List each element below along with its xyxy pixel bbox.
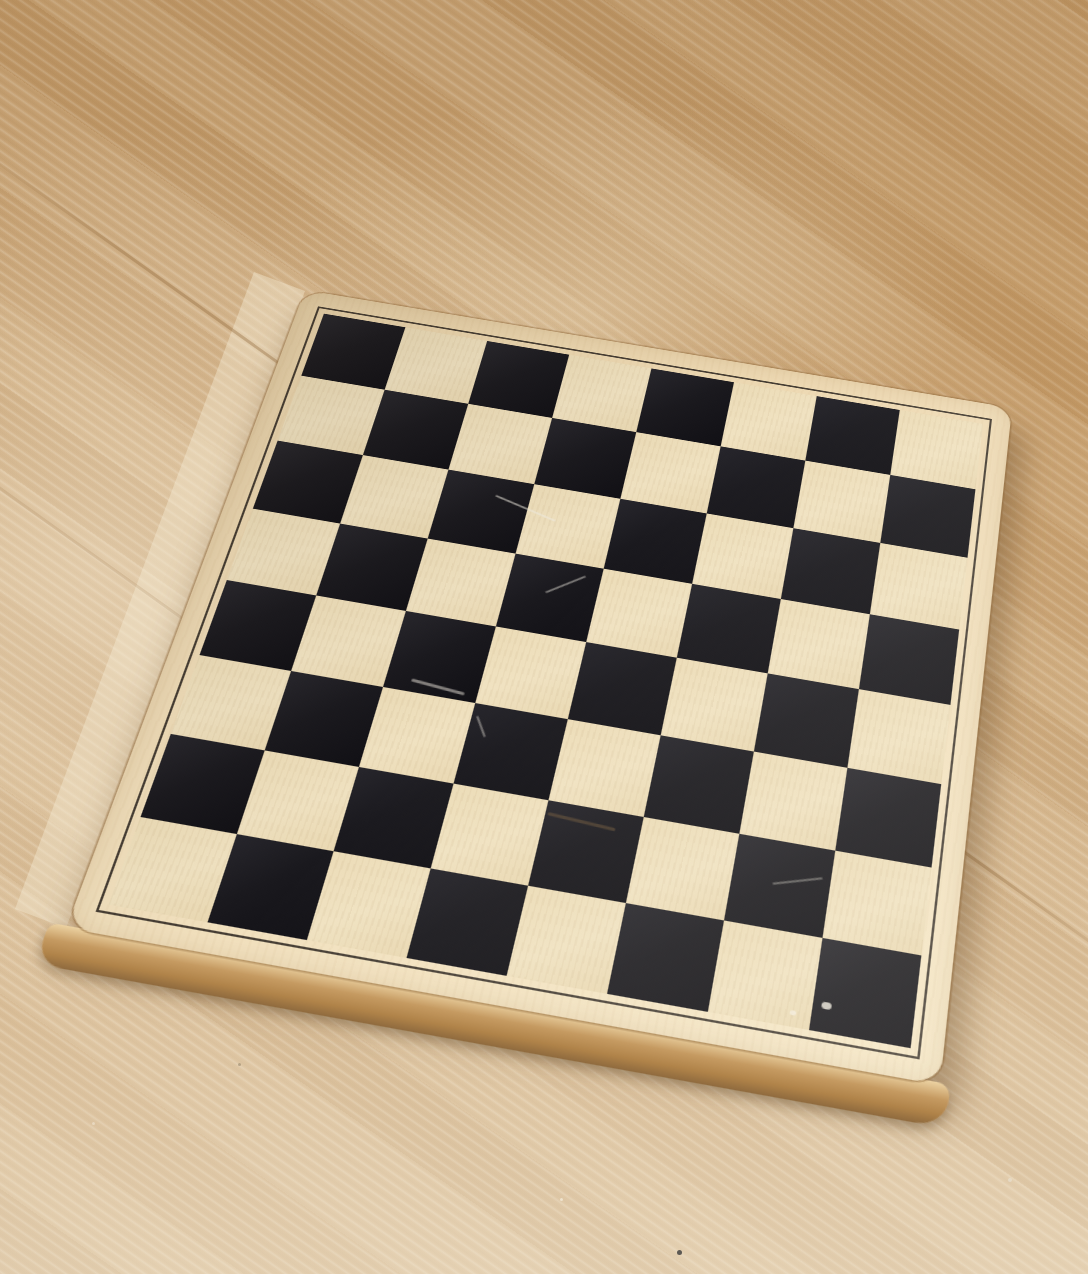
square-r8c7[interactable]: [708, 920, 823, 1030]
square-r8c8[interactable]: [809, 938, 921, 1048]
floor-speck: [92, 1122, 95, 1125]
floor-speck: [238, 1063, 241, 1066]
square-r8c5[interactable]: [507, 886, 626, 994]
square-r7c7[interactable]: [724, 834, 835, 938]
square-r7c5[interactable]: [528, 800, 644, 903]
scene: [0, 0, 1088, 1274]
square-r7c6[interactable]: [626, 817, 739, 920]
floor-speck: [677, 1250, 682, 1255]
floor-speck: [560, 1198, 563, 1201]
square-r7c8[interactable]: [823, 851, 932, 956]
square-r8c6[interactable]: [607, 903, 724, 1012]
floor-speck: [1008, 1178, 1012, 1182]
